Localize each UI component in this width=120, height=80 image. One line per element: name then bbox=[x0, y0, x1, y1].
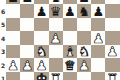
white-rook-d1: ♜ bbox=[50, 72, 62, 80]
square-e2[interactable]: ♛ bbox=[63, 58, 77, 72]
white-bishop-e3: ♝ bbox=[64, 45, 76, 58]
square-h6[interactable] bbox=[105, 4, 119, 18]
square-d6[interactable]: ♛ bbox=[49, 4, 63, 18]
white-pawn-d4: ♟ bbox=[50, 32, 62, 45]
square-g6[interactable]: ♟ bbox=[91, 4, 105, 18]
square-d5[interactable] bbox=[49, 18, 63, 32]
square-b6[interactable] bbox=[20, 4, 34, 18]
square-c5[interactable] bbox=[34, 18, 48, 32]
square-e5[interactable] bbox=[63, 18, 77, 32]
square-f2[interactable]: ♟ bbox=[77, 58, 91, 72]
square-d4[interactable]: ♟ bbox=[49, 31, 63, 45]
square-b2[interactable]: ♟ bbox=[20, 58, 34, 72]
white-king-c1: ♚ bbox=[36, 72, 48, 80]
square-f5[interactable] bbox=[77, 18, 91, 32]
square-c3[interactable]: ♞ bbox=[34, 45, 48, 59]
square-g4[interactable]: ♟ bbox=[91, 31, 105, 45]
square-a1[interactable] bbox=[6, 72, 20, 80]
square-a5[interactable] bbox=[6, 18, 20, 32]
square-g1[interactable] bbox=[91, 72, 105, 80]
square-a4[interactable] bbox=[6, 31, 20, 45]
white-pawn-b2: ♟ bbox=[21, 59, 33, 72]
black-queen-d6: ♛ bbox=[50, 5, 62, 18]
black-pawn-g6: ♟ bbox=[92, 5, 104, 18]
square-h2[interactable] bbox=[105, 58, 119, 72]
square-f6[interactable]: ♞ bbox=[77, 4, 91, 18]
white-pawn-g4: ♟ bbox=[92, 32, 104, 45]
white-knight-c3: ♞ bbox=[36, 45, 48, 58]
white-queen-e2: ♛ bbox=[64, 59, 76, 72]
square-h3[interactable]: ♟ bbox=[105, 45, 119, 59]
square-b5[interactable] bbox=[20, 18, 34, 32]
square-c1[interactable]: ♚ bbox=[34, 72, 48, 80]
square-d2[interactable] bbox=[49, 58, 63, 72]
square-e4[interactable] bbox=[63, 31, 77, 45]
square-h5[interactable] bbox=[105, 18, 119, 32]
white-pawn-f2: ♟ bbox=[78, 59, 90, 72]
square-g3[interactable] bbox=[91, 45, 105, 59]
white-pawn-h3: ♟ bbox=[107, 45, 119, 58]
square-b1[interactable] bbox=[20, 72, 34, 80]
square-e3[interactable]: ♝ bbox=[63, 45, 77, 59]
white-rook-h1: ♜ bbox=[107, 72, 119, 80]
square-g2[interactable] bbox=[91, 58, 105, 72]
square-h4[interactable] bbox=[105, 31, 119, 45]
black-knight-f6: ♞ bbox=[78, 5, 90, 18]
square-a2[interactable]: ♟ bbox=[6, 58, 20, 72]
square-e1[interactable] bbox=[63, 72, 77, 80]
black-pawn-c6: ♟ bbox=[36, 5, 48, 18]
square-f1[interactable] bbox=[77, 72, 91, 80]
white-pawn-a2: ♟ bbox=[7, 59, 19, 72]
black-pawn-e6: ♟ bbox=[64, 5, 76, 18]
square-d1[interactable]: ♜ bbox=[49, 72, 63, 80]
square-a3[interactable] bbox=[6, 45, 20, 59]
square-c2[interactable]: ♟ bbox=[34, 58, 48, 72]
white-pawn-c2: ♟ bbox=[36, 59, 48, 72]
square-a6[interactable] bbox=[6, 4, 20, 18]
square-d3[interactable] bbox=[49, 45, 63, 59]
square-f3[interactable]: ♞ bbox=[77, 45, 91, 59]
square-e6[interactable]: ♟ bbox=[63, 4, 77, 18]
square-c6[interactable]: ♟ bbox=[34, 4, 48, 18]
square-h1[interactable]: ♜ bbox=[105, 72, 119, 80]
white-knight-f3: ♞ bbox=[78, 45, 90, 58]
chess-diagram: 87654321 ♜♝♚♝♜♟♟♞♟♟♛♟♞♟♟♟♞♝♞♟♟♟♟♛♟♚♜♜ bbox=[0, 0, 120, 80]
square-c4[interactable] bbox=[34, 31, 48, 45]
square-b3[interactable] bbox=[20, 45, 34, 59]
square-g5[interactable] bbox=[91, 18, 105, 32]
square-b4[interactable] bbox=[20, 31, 34, 45]
chess-board: ♜♝♚♝♜♟♟♞♟♟♛♟♞♟♟♟♞♝♞♟♟♟♟♛♟♚♜♜ bbox=[6, 0, 120, 80]
square-f4[interactable] bbox=[77, 31, 91, 45]
